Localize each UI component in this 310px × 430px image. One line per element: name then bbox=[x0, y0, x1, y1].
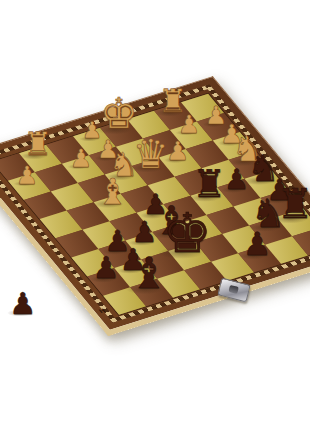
clasp-keyhole bbox=[228, 285, 238, 294]
product-photo: H ♜♟♚♜♟♟♟♟♟♞♛♟♟♝♞♟♜♟♞♟♟♝♟♟♟♚♞♜♝♟♟ bbox=[0, 0, 310, 430]
captured-piece-black-pawn: ♟ bbox=[10, 289, 37, 319]
piece-shadow bbox=[7, 310, 33, 317]
chess-board: H bbox=[0, 76, 310, 336]
board-squares bbox=[0, 93, 310, 316]
